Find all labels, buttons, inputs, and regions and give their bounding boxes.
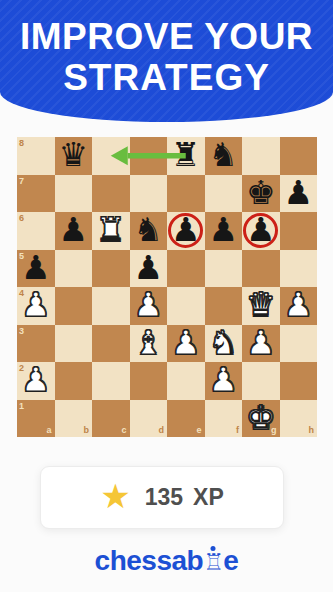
piece-black-king-g7[interactable]: ♚: [246, 176, 276, 209]
piece-black-pawn-b6[interactable]: ♟: [58, 213, 88, 246]
file-label-e: e: [196, 426, 201, 435]
piece-white-rook-c6[interactable]: ♜: [96, 213, 126, 246]
banner-title-line2: STRATEGY: [0, 58, 333, 98]
square-f2[interactable]: ♟: [205, 362, 243, 400]
piece-white-pawn-d4[interactable]: ♟: [133, 288, 163, 321]
rank-label-1: 1: [19, 402, 24, 411]
square-g1[interactable]: g♚: [242, 400, 280, 438]
piece-black-knight-d6[interactable]: ♞: [133, 213, 163, 246]
square-d7[interactable]: [130, 175, 168, 213]
square-b8[interactable]: ♛: [55, 137, 93, 175]
xp-value: 135: [145, 484, 183, 511]
piece-white-pawn-a2[interactable]: ♟: [21, 363, 51, 396]
square-b5[interactable]: [55, 250, 93, 288]
square-a6[interactable]: 6: [17, 212, 55, 250]
square-f1[interactable]: f: [205, 400, 243, 438]
square-d5[interactable]: ♟: [130, 250, 168, 288]
square-e6[interactable]: ♟: [167, 212, 205, 250]
square-f5[interactable]: [205, 250, 243, 288]
piece-black-pawn-d5[interactable]: ♟: [133, 251, 163, 284]
square-c8[interactable]: [92, 137, 130, 175]
square-g3[interactable]: ♟: [242, 325, 280, 363]
square-a7[interactable]: 7: [17, 175, 55, 213]
square-g4[interactable]: ♛: [242, 287, 280, 325]
square-e1[interactable]: e: [167, 400, 205, 438]
piece-white-pawn-e3[interactable]: ♟: [171, 326, 201, 359]
square-c6[interactable]: ♜: [92, 212, 130, 250]
star-icon: ★: [100, 479, 130, 513]
square-d6[interactable]: ♞: [130, 212, 168, 250]
file-label-a: a: [46, 426, 51, 435]
square-e4[interactable]: [167, 287, 205, 325]
xp-unit: XP: [193, 484, 224, 511]
file-label-c: c: [121, 426, 126, 435]
square-c4[interactable]: [92, 287, 130, 325]
piece-white-king-g1[interactable]: ♚: [246, 401, 276, 434]
square-b6[interactable]: ♟: [55, 212, 93, 250]
xp-reward-card[interactable]: ★ 135 XP: [40, 466, 284, 529]
square-b3[interactable]: [55, 325, 93, 363]
square-h7[interactable]: ♟: [280, 175, 318, 213]
square-h5[interactable]: [280, 250, 318, 288]
piece-black-pawn-e6[interactable]: ♟: [171, 213, 201, 246]
square-b4[interactable]: [55, 287, 93, 325]
square-d4[interactable]: ♟: [130, 287, 168, 325]
square-a2[interactable]: 2♟: [17, 362, 55, 400]
logo-text-post: e: [223, 545, 238, 576]
square-h4[interactable]: ♟: [280, 287, 318, 325]
promo-banner: IMPROVE YOUR STRATEGY: [0, 0, 333, 122]
piece-white-bishop-d3[interactable]: ♝: [133, 326, 163, 359]
square-c7[interactable]: [92, 175, 130, 213]
rook-glyph: ♖: [203, 549, 223, 575]
square-b7[interactable]: [55, 175, 93, 213]
square-h1[interactable]: h: [280, 400, 318, 438]
rank-label-3: 3: [19, 327, 24, 336]
square-h6[interactable]: [280, 212, 318, 250]
square-g7[interactable]: ♚: [242, 175, 280, 213]
piece-white-pawn-h4[interactable]: ♟: [283, 288, 313, 321]
square-f3[interactable]: ♞: [205, 325, 243, 363]
square-c3[interactable]: [92, 325, 130, 363]
piece-white-knight-f3[interactable]: ♞: [208, 326, 238, 359]
square-e7[interactable]: [167, 175, 205, 213]
square-e5[interactable]: [167, 250, 205, 288]
square-a4[interactable]: 4♟: [17, 287, 55, 325]
square-e2[interactable]: [167, 362, 205, 400]
rank-label-6: 6: [19, 214, 24, 223]
square-g8[interactable]: [242, 137, 280, 175]
square-h8[interactable]: [280, 137, 318, 175]
xp-amount: 135 XP: [145, 484, 224, 511]
file-label-h: h: [309, 426, 315, 435]
square-f6[interactable]: ♟: [205, 212, 243, 250]
square-d2[interactable]: [130, 362, 168, 400]
square-e8[interactable]: ♜: [167, 137, 205, 175]
piece-white-queen-g4[interactable]: ♛: [246, 288, 276, 321]
square-h2[interactable]: [280, 362, 318, 400]
square-a8[interactable]: 8: [17, 137, 55, 175]
square-b2[interactable]: [55, 362, 93, 400]
rank-label-8: 8: [19, 139, 24, 148]
file-label-f: f: [236, 426, 239, 435]
app-screen: IMPROVE YOUR STRATEGY 8♛♜♞7♚♟6♟♜♞♟♟♟5♟♟4…: [0, 0, 333, 592]
square-d8[interactable]: [130, 137, 168, 175]
banner-title-line1: IMPROVE YOUR: [0, 0, 333, 58]
square-a5[interactable]: 5♟: [17, 250, 55, 288]
rook-icon: ♖: [203, 551, 223, 574]
chess-board[interactable]: 8♛♜♞7♚♟6♟♜♞♟♟♟5♟♟4♟♟♛♟3♝♟♞♟2♟♟1abcdefg♚h: [17, 137, 317, 437]
square-f7[interactable]: [205, 175, 243, 213]
square-h3[interactable]: [280, 325, 318, 363]
logo-dot: [211, 546, 216, 551]
piece-white-pawn-f2[interactable]: ♟: [208, 363, 238, 396]
logo-text-pre: chessab: [95, 545, 204, 576]
rank-label-7: 7: [19, 177, 24, 186]
piece-black-pawn-f6[interactable]: ♟: [208, 213, 238, 246]
file-label-d: d: [159, 426, 165, 435]
square-d1[interactable]: d: [130, 400, 168, 438]
piece-black-pawn-h7[interactable]: ♟: [283, 176, 313, 209]
square-a1[interactable]: 1a: [17, 400, 55, 438]
square-d3[interactable]: ♝: [130, 325, 168, 363]
square-g6[interactable]: ♟: [242, 212, 280, 250]
piece-black-rook-e8[interactable]: ♜: [171, 138, 201, 171]
chessable-logo: chessab♖e: [0, 545, 333, 577]
square-a3[interactable]: 3: [17, 325, 55, 363]
piece-black-pawn-a5[interactable]: ♟: [21, 251, 51, 284]
square-e3[interactable]: ♟: [167, 325, 205, 363]
square-c1[interactable]: c: [92, 400, 130, 438]
square-g5[interactable]: [242, 250, 280, 288]
piece-black-knight-f8[interactable]: ♞: [208, 138, 238, 171]
file-label-b: b: [84, 426, 90, 435]
square-c2[interactable]: [92, 362, 130, 400]
piece-white-pawn-a4[interactable]: ♟: [21, 288, 51, 321]
square-g2[interactable]: [242, 362, 280, 400]
square-b1[interactable]: b: [55, 400, 93, 438]
piece-black-queen-b8[interactable]: ♛: [58, 138, 88, 171]
square-f4[interactable]: [205, 287, 243, 325]
piece-white-pawn-g3[interactable]: ♟: [246, 326, 276, 359]
piece-black-pawn-g6[interactable]: ♟: [246, 213, 276, 246]
square-f8[interactable]: ♞: [205, 137, 243, 175]
square-c5[interactable]: [92, 250, 130, 288]
